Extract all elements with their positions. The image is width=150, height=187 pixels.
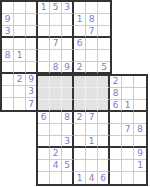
grid-2-cell-r1c8[interactable]: [134, 88, 146, 100]
grid-1-cell-r4c8[interactable]: [98, 50, 110, 62]
grid-2-cell-r4c0[interactable]: [38, 124, 50, 136]
grid-1-cell-r1c7[interactable]: 8: [86, 14, 98, 26]
grid-1-cell-r4c0[interactable]: 8: [2, 50, 14, 62]
grid-1-cell-r0c0[interactable]: [2, 2, 14, 14]
grid-1-cell-r1c3[interactable]: [38, 14, 50, 26]
grid-2-cell-r8c4[interactable]: 4: [86, 172, 98, 184]
grid-2-cell-r8c2[interactable]: [62, 172, 74, 184]
grid-2-cell-r0c4[interactable]: [86, 76, 98, 88]
grid-2-cell-r2c3[interactable]: [74, 100, 86, 112]
grid-1-cell-r7c0[interactable]: [2, 86, 14, 98]
grid-2-cell-r4c1[interactable]: [50, 124, 62, 136]
sudoku-grid-2: 28616827783129451146: [36, 74, 148, 186]
grid-1-cell-r4c7[interactable]: [86, 50, 98, 62]
grid-2-cell-r5c4[interactable]: 1: [86, 136, 98, 148]
grid-1-cell-r6c0[interactable]: [2, 74, 14, 86]
grid-2-cell-r0c0[interactable]: [38, 76, 50, 88]
grid-2-cell-r3c8[interactable]: [134, 112, 146, 124]
grid-1-cell-r0c5[interactable]: 3: [62, 2, 74, 14]
grid-1-cell-r0c2[interactable]: [26, 2, 38, 14]
grid-1-cell-r2c4[interactable]: [50, 26, 62, 38]
grid-1-cell-r2c6[interactable]: [74, 26, 86, 38]
grid-2-cell-r8c1[interactable]: [50, 172, 62, 184]
grid-1-cell-r3c7[interactable]: [86, 38, 98, 50]
grid-2-cell-r8c3[interactable]: 1: [74, 172, 86, 184]
grid-1-cell-r3c1[interactable]: [14, 38, 26, 50]
grid-2-cell-r0c3[interactable]: [74, 76, 86, 88]
twodoku-puzzle: 15391837768189252937 2861682778312945114…: [0, 0, 150, 187]
grid-1-cell-r5c3[interactable]: [38, 62, 50, 74]
grid-1-cell-r0c4[interactable]: 5: [50, 2, 62, 14]
grid-2-cell-r2c0[interactable]: [38, 100, 50, 112]
grid-1-cell-r8c0[interactable]: [2, 98, 14, 110]
grid-1-cell-r3c4[interactable]: 7: [50, 38, 62, 50]
grid-2-cell-r5c5[interactable]: [98, 136, 110, 148]
grid-1-cell-r4c2[interactable]: [26, 50, 38, 62]
grid-1-cell-r1c8[interactable]: [98, 14, 110, 26]
grid-2-cell-r5c6[interactable]: [110, 136, 122, 148]
grid-2-cell-r5c2[interactable]: 3: [62, 136, 74, 148]
grid-2-cell-r3c1[interactable]: [50, 112, 62, 124]
grid-1-cell-r1c2[interactable]: [26, 14, 38, 26]
grid-2-cell-r6c8[interactable]: 9: [134, 148, 146, 160]
grid-1-cell-r1c4[interactable]: [50, 14, 62, 26]
grid-1-cell-r4c5[interactable]: [62, 50, 74, 62]
grid-1-cell-r5c0[interactable]: [2, 62, 14, 74]
grid-2-cell-r5c7[interactable]: [122, 136, 134, 148]
grid-1-cell-r2c2[interactable]: [26, 26, 38, 38]
grid-2-cell-r5c1[interactable]: [50, 136, 62, 148]
grid-1-cell-r1c0[interactable]: 9: [2, 14, 14, 26]
grid-2-cell-r2c6[interactable]: 6: [110, 100, 122, 112]
grid-1-cell-r5c4[interactable]: 8: [50, 62, 62, 74]
grid-2-cell-r3c4[interactable]: 7: [86, 112, 98, 124]
grid-2-cell-r3c2[interactable]: 8: [62, 112, 74, 124]
grid-1-cell-r3c0[interactable]: [2, 38, 14, 50]
grid-1-cell-r8c1[interactable]: [14, 98, 26, 110]
grid-2-cell-r7c4[interactable]: [86, 160, 98, 172]
grid-1-cell-r2c8[interactable]: [98, 26, 110, 38]
grid-2-cell-r4c4[interactable]: [86, 124, 98, 136]
grid-1-cell-r2c1[interactable]: [14, 26, 26, 38]
grid-2-cell-r6c0[interactable]: [38, 148, 50, 160]
grid-2-cell-r7c3[interactable]: [74, 160, 86, 172]
grid-1-cell-r1c6[interactable]: 1: [74, 14, 86, 26]
grid-2-cell-r1c4[interactable]: [86, 88, 98, 100]
grid-2-cell-r4c6[interactable]: [110, 124, 122, 136]
grid-1-cell-r3c8[interactable]: [98, 38, 110, 50]
grid-2-cell-r7c6[interactable]: [110, 160, 122, 172]
grid-2-cell-r8c5[interactable]: 6: [98, 172, 110, 184]
grid-2-cell-r4c7[interactable]: 7: [122, 124, 134, 136]
grid-1-cell-r2c0[interactable]: 3: [2, 26, 14, 38]
grid-2-cell-r1c2[interactable]: [62, 88, 74, 100]
grid-2-cell-r7c2[interactable]: 5: [62, 160, 74, 172]
grid-2-cell-r7c0[interactable]: [38, 160, 50, 172]
grid-2-cell-r4c8[interactable]: 8: [134, 124, 146, 136]
grid-2-cell-r4c2[interactable]: [62, 124, 74, 136]
grid-2-cell-r2c1[interactable]: [50, 100, 62, 112]
grid-1-cell-r4c4[interactable]: [50, 50, 62, 62]
grid-2-cell-r1c7[interactable]: [122, 88, 134, 100]
grid-1-cell-r2c5[interactable]: [62, 26, 74, 38]
grid-2-cell-r1c0[interactable]: [38, 88, 50, 100]
grid-2-cell-r2c7[interactable]: 1: [122, 100, 134, 112]
grid-1-cell-r0c3[interactable]: 1: [38, 2, 50, 14]
grid-2-cell-r0c5[interactable]: [98, 76, 110, 88]
grid-2-cell-r6c2[interactable]: [62, 148, 74, 160]
grid-1-cell-r1c1[interactable]: [14, 14, 26, 26]
grid-2-cell-r8c8[interactable]: [134, 172, 146, 184]
grid-2-cell-r0c7[interactable]: [122, 76, 134, 88]
grid-1-cell-r2c3[interactable]: [38, 26, 50, 38]
grid-2-cell-r4c5[interactable]: [98, 124, 110, 136]
grid-2-cell-r0c2[interactable]: [62, 76, 74, 88]
grid-2-cell-r6c5[interactable]: [98, 148, 110, 160]
grid-1-cell-r0c7[interactable]: [86, 2, 98, 14]
grid-2-cell-r8c7[interactable]: [122, 172, 134, 184]
grid-1-cell-r4c3[interactable]: [38, 50, 50, 62]
grid-1-cell-r0c6[interactable]: [74, 2, 86, 14]
grid-2-cell-r0c6[interactable]: 2: [110, 76, 122, 88]
grid-1-cell-r3c6[interactable]: 6: [74, 38, 86, 50]
grid-1-cell-r3c2[interactable]: [26, 38, 38, 50]
grid-1-cell-r0c1[interactable]: [14, 2, 26, 14]
grid-1-cell-r0c8[interactable]: [98, 2, 110, 14]
grid-2-cell-r3c6[interactable]: [110, 112, 122, 124]
grid-2-cell-r1c1[interactable]: [50, 88, 62, 100]
grid-2-cell-r5c8[interactable]: [134, 136, 146, 148]
grid-1-cell-r4c6[interactable]: [74, 50, 86, 62]
grid-2-cell-r8c6[interactable]: [110, 172, 122, 184]
grid-1-cell-r3c3[interactable]: [38, 38, 50, 50]
grid-1-cell-r7c1[interactable]: [14, 86, 26, 98]
grid-2-cell-r6c7[interactable]: [122, 148, 134, 160]
grid-2-cell-r1c6[interactable]: 8: [110, 88, 122, 100]
grid-2-cell-r6c6[interactable]: [110, 148, 122, 160]
grid-2-cell-r5c3[interactable]: [74, 136, 86, 148]
grid-2-cell-r6c1[interactable]: 2: [50, 148, 62, 160]
grid-2-cell-r3c7[interactable]: [122, 112, 134, 124]
grid-1-cell-r5c7[interactable]: [86, 62, 98, 74]
grid-2-cell-r2c4[interactable]: [86, 100, 98, 112]
grid-2-cell-r2c8[interactable]: [134, 100, 146, 112]
grid-2-cell-r6c3[interactable]: [74, 148, 86, 160]
grid-2-cell-r4c3[interactable]: [74, 124, 86, 136]
grid-2-cell-r7c1[interactable]: 4: [50, 160, 62, 172]
grid-2-cell-r6c4[interactable]: [86, 148, 98, 160]
grid-2-cell-r3c5[interactable]: [98, 112, 110, 124]
grid-2-cell-r8c0[interactable]: [38, 172, 50, 184]
grid-2-cell-r5c0[interactable]: [38, 136, 50, 148]
grid-2-cell-r1c3[interactable]: [74, 88, 86, 100]
grid-1-cell-r3c5[interactable]: [62, 38, 74, 50]
grid-2-cell-r1c5[interactable]: [98, 88, 110, 100]
grid-2-cell-r3c3[interactable]: 2: [74, 112, 86, 124]
grid-1-cell-r5c6[interactable]: 2: [74, 62, 86, 74]
grid-2-cell-r7c7[interactable]: [122, 160, 134, 172]
grid-2-cell-r2c2[interactable]: [62, 100, 74, 112]
grid-1-cell-r5c1[interactable]: [14, 62, 26, 74]
grid-2-cell-r0c8[interactable]: [134, 76, 146, 88]
grid-2-cell-r7c8[interactable]: 1: [134, 160, 146, 172]
grid-1-cell-r5c5[interactable]: 9: [62, 62, 74, 74]
grid-2-cell-r7c5[interactable]: [98, 160, 110, 172]
grid-1-cell-r6c1[interactable]: 2: [14, 74, 26, 86]
grid-1-cell-r1c5[interactable]: [62, 14, 74, 26]
grid-2-cell-r3c0[interactable]: 6: [38, 112, 50, 124]
grid-1-cell-r5c2[interactable]: [26, 62, 38, 74]
grid-2-cell-r0c1[interactable]: [50, 76, 62, 88]
grid-1-cell-r2c7[interactable]: 7: [86, 26, 98, 38]
grid-2-cell-r2c5[interactable]: [98, 100, 110, 112]
grid-1-cell-r5c8[interactable]: 5: [98, 62, 110, 74]
grid-1-cell-r4c1[interactable]: 1: [14, 50, 26, 62]
